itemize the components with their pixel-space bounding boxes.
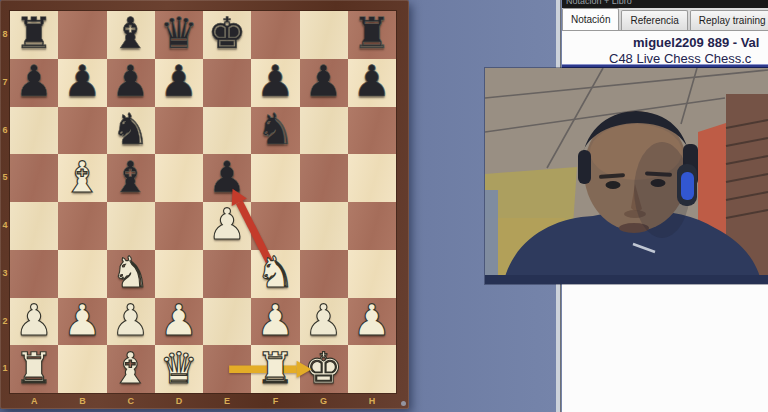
square-a3[interactable] [10,250,58,298]
piece-black-rook-h8[interactable]: ♜ [353,12,392,55]
square-g3[interactable] [300,250,348,298]
square-h6[interactable] [348,107,396,155]
square-g1[interactable]: ♚ [300,345,348,393]
piece-white-pawn-h2[interactable]: ♟ [353,299,392,342]
square-e6[interactable] [203,107,251,155]
piece-black-pawn-e5[interactable]: ♟ [208,156,247,199]
piece-white-pawn-a2[interactable]: ♟ [15,299,54,342]
window-title: Notación + Libro [562,0,768,8]
square-b5[interactable]: ♝ [58,154,106,202]
square-b2[interactable]: ♟ [58,298,106,346]
blue-tint-overlay [485,68,768,284]
square-c2[interactable]: ♟ [107,298,155,346]
square-d4[interactable] [155,202,203,250]
piece-black-rook-a8[interactable]: ♜ [15,12,54,55]
file-label-f: F [251,396,299,406]
square-e3[interactable] [203,250,251,298]
square-e4[interactable]: ♟ [203,202,251,250]
square-g7[interactable]: ♟ [300,59,348,107]
square-c6[interactable]: ♞ [107,107,155,155]
piece-white-pawn-e4[interactable]: ♟ [208,203,247,246]
rank-label-6: 6 [0,107,10,155]
square-h1[interactable] [348,345,396,393]
piece-black-pawn-g7[interactable]: ♟ [304,60,343,103]
file-label-b: B [58,396,106,406]
piece-white-knight-c3[interactable]: ♞ [111,251,150,294]
tab-bar: NotaciónReferenciaReplay trainingPlan E [562,8,768,31]
tab-notaci-n[interactable]: Notación [562,8,619,31]
square-b7[interactable]: ♟ [58,59,106,107]
piece-white-pawn-d2[interactable]: ♟ [160,299,199,342]
chess-board: ♜♝♛♚♜♟♟♟♟♟♟♟♞♞♝♝♟♟♞♞♟♟♟♟♟♟♟♜♝♛♜♚ 8765432… [0,0,409,409]
square-d3[interactable] [155,250,203,298]
player-webcam [485,68,768,284]
square-h8[interactable]: ♜ [348,11,396,59]
piece-black-pawn-b7[interactable]: ♟ [63,60,102,103]
square-g4[interactable] [300,202,348,250]
square-c4[interactable] [107,202,155,250]
square-d1[interactable]: ♛ [155,345,203,393]
rank-label-1: 1 [0,345,10,393]
square-a8[interactable]: ♜ [10,11,58,59]
window-titlebar[interactable]: Notación + Libro [562,0,768,8]
square-h3[interactable] [348,250,396,298]
piece-black-bishop-c5[interactable]: ♝ [111,156,150,199]
square-g2[interactable]: ♟ [300,298,348,346]
piece-black-bishop-c8[interactable]: ♝ [111,12,150,55]
square-d2[interactable]: ♟ [155,298,203,346]
square-h7[interactable]: ♟ [348,59,396,107]
piece-black-pawn-f7[interactable]: ♟ [256,60,295,103]
piece-black-knight-f6[interactable]: ♞ [256,108,295,151]
rank-label-2: 2 [0,298,10,346]
square-f3[interactable]: ♞ [251,250,299,298]
square-a4[interactable] [10,202,58,250]
tab-referencia[interactable]: Referencia [621,10,687,30]
piece-white-bishop-b5[interactable]: ♝ [63,156,102,199]
square-f4[interactable] [251,202,299,250]
square-e5[interactable]: ♟ [203,154,251,202]
square-f6[interactable]: ♞ [251,107,299,155]
square-f7[interactable]: ♟ [251,59,299,107]
square-e8[interactable]: ♚ [203,11,251,59]
rank-label-7: 7 [0,59,10,107]
square-d6[interactable] [155,107,203,155]
file-label-h: H [348,396,396,406]
square-g5[interactable] [300,154,348,202]
tab-replay-training[interactable]: Replay training [690,10,768,30]
square-a5[interactable] [10,154,58,202]
square-e7[interactable] [203,59,251,107]
square-g6[interactable] [300,107,348,155]
piece-white-pawn-c2[interactable]: ♟ [111,299,150,342]
square-c3[interactable]: ♞ [107,250,155,298]
board-squares: ♜♝♛♚♜♟♟♟♟♟♟♟♞♞♝♝♟♟♞♞♟♟♟♟♟♟♟♜♝♛♜♚ [10,11,396,393]
square-f1[interactable]: ♜ [251,345,299,393]
piece-white-rook-a1[interactable]: ♜ [15,347,54,390]
file-label-c: C [107,396,155,406]
square-d5[interactable] [155,154,203,202]
piece-black-pawn-d7[interactable]: ♟ [160,60,199,103]
square-d7[interactable]: ♟ [155,59,203,107]
piece-black-pawn-a7[interactable]: ♟ [15,60,54,103]
square-h2[interactable]: ♟ [348,298,396,346]
square-c7[interactable]: ♟ [107,59,155,107]
square-b1[interactable] [58,345,106,393]
square-h5[interactable] [348,154,396,202]
square-c5[interactable]: ♝ [107,154,155,202]
file-label-d: D [155,396,203,406]
square-e1[interactable] [203,345,251,393]
square-f5[interactable] [251,154,299,202]
piece-white-queen-d1[interactable]: ♛ [160,347,199,390]
square-h4[interactable] [348,202,396,250]
rank-label-3: 3 [0,250,10,298]
square-b4[interactable] [58,202,106,250]
piece-white-bishop-c1[interactable]: ♝ [111,347,150,390]
piece-black-pawn-c7[interactable]: ♟ [111,60,150,103]
square-g8[interactable] [300,11,348,59]
square-c8[interactable]: ♝ [107,11,155,59]
game-players-header: miguel2209 889 - Val [633,35,759,50]
square-b3[interactable] [58,250,106,298]
piece-white-rook-f1[interactable]: ♜ [256,347,295,390]
piece-white-pawn-g2[interactable]: ♟ [304,299,343,342]
file-label-a: A [10,396,58,406]
square-f8[interactable] [251,11,299,59]
webcam-video-frame [485,68,768,284]
piece-white-pawn-b2[interactable]: ♟ [63,299,102,342]
file-label-g: G [300,396,348,406]
piece-black-king-e8[interactable]: ♚ [208,12,247,55]
piece-white-pawn-f2[interactable]: ♟ [256,299,295,342]
square-f2[interactable]: ♟ [251,298,299,346]
resize-handle-dot[interactable] [401,401,406,406]
square-c1[interactable]: ♝ [107,345,155,393]
square-a1[interactable]: ♜ [10,345,58,393]
square-e2[interactable] [203,298,251,346]
piece-white-king-g1[interactable]: ♚ [304,347,343,390]
square-a2[interactable]: ♟ [10,298,58,346]
square-b6[interactable] [58,107,106,155]
piece-black-queen-d8[interactable]: ♛ [160,12,199,55]
rank-label-4: 4 [0,202,10,250]
square-d8[interactable]: ♛ [155,11,203,59]
rank-label-5: 5 [0,154,10,202]
rank-label-8: 8 [0,11,10,59]
piece-black-pawn-h7[interactable]: ♟ [353,60,392,103]
piece-black-knight-c6[interactable]: ♞ [111,108,150,151]
square-b8[interactable] [58,11,106,59]
square-a7[interactable]: ♟ [10,59,58,107]
square-a6[interactable] [10,107,58,155]
piece-white-knight-f3[interactable]: ♞ [256,251,295,294]
file-label-e: E [203,396,251,406]
